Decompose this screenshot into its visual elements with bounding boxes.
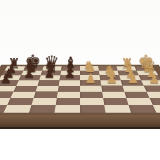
black-pawn-icon: ♟ bbox=[24, 68, 35, 81]
black-pawn-icon: ♟ bbox=[44, 68, 55, 81]
square-f2 bbox=[103, 98, 128, 105]
square-c1 bbox=[29, 105, 56, 113]
chess-set-photo: ♜♚♛♝♜♚♟♞♞♝♞♝♛♟♟♟♟♞♟♝♟♟♟♟♟ bbox=[0, 0, 160, 160]
square-e3 bbox=[80, 92, 103, 98]
square-d3 bbox=[57, 92, 80, 98]
white-pawn-icon: ♟ bbox=[127, 72, 139, 85]
square-d2 bbox=[56, 98, 80, 105]
black-pawn-icon: ♟ bbox=[0, 72, 12, 85]
square-b3 bbox=[10, 92, 35, 98]
chess-board: ♜♚♛♝♜♚♟♞♞♝♞♝♛♟♟♟♟♞♟♝♟♟♟♟♟ bbox=[0, 65, 160, 116]
square-h1 bbox=[153, 105, 160, 113]
white-pawn-icon: ♟ bbox=[85, 72, 97, 85]
square-e2 bbox=[80, 98, 104, 105]
square-g3 bbox=[124, 92, 149, 98]
square-h2 bbox=[150, 98, 160, 105]
square-e1 bbox=[80, 105, 105, 113]
square-b2 bbox=[7, 98, 33, 105]
white-pawn-icon: ♟ bbox=[106, 72, 118, 85]
square-f3 bbox=[102, 92, 126, 98]
square-g2 bbox=[126, 98, 152, 105]
square-b1 bbox=[4, 105, 32, 113]
board-scene: ♜♚♛♝♜♚♟♞♞♝♞♝♛♟♟♟♟♞♟♝♟♟♟♟♟ bbox=[0, 65, 160, 116]
square-f1 bbox=[104, 105, 131, 113]
square-d1 bbox=[55, 105, 80, 113]
board-front-edge bbox=[0, 115, 160, 129]
square-g1 bbox=[129, 105, 157, 113]
square-c3 bbox=[34, 92, 58, 98]
square-c2 bbox=[31, 98, 56, 105]
square-h3 bbox=[146, 92, 160, 98]
white-pawn-icon: ♟ bbox=[148, 72, 160, 85]
black-pawn-icon: ♟ bbox=[64, 68, 75, 81]
